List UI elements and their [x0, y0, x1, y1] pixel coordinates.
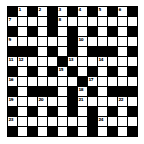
letter-cell[interactable]: [118, 127, 127, 136]
letter-cell[interactable]: [28, 77, 37, 86]
clue-number: 9: [9, 37, 11, 42]
block-cell: [28, 67, 37, 76]
letter-cell[interactable]: [58, 97, 67, 106]
letter-cell[interactable]: [38, 117, 47, 126]
letter-cell[interactable]: [78, 117, 87, 126]
clue-number: 2: [39, 7, 41, 12]
letter-cell[interactable]: 16: [8, 77, 17, 86]
letter-cell[interactable]: [58, 127, 67, 136]
letter-cell[interactable]: [38, 17, 47, 26]
letter-cell[interactable]: [28, 117, 37, 126]
block-cell: [78, 77, 87, 86]
block-cell: [128, 47, 137, 56]
letter-cell[interactable]: [78, 17, 87, 26]
clue-number: 4: [79, 7, 81, 12]
letter-cell[interactable]: [108, 17, 117, 26]
block-cell: [88, 27, 97, 36]
block-cell: [8, 47, 17, 56]
clue-number: 24: [99, 117, 104, 122]
letter-cell[interactable]: [28, 57, 37, 66]
letter-cell[interactable]: 13: [68, 57, 77, 66]
block-cell: [68, 127, 77, 136]
letter-cell[interactable]: [18, 117, 27, 126]
block-cell: [8, 107, 17, 116]
letter-cell[interactable]: [118, 37, 127, 46]
letter-cell[interactable]: [128, 57, 137, 66]
block-cell: [8, 127, 17, 136]
clue-number: 16: [9, 77, 14, 82]
clue-number: 23: [9, 117, 14, 122]
block-cell: [128, 87, 137, 96]
letter-cell[interactable]: [78, 27, 87, 36]
block-cell: [108, 7, 117, 16]
block-cell: [88, 117, 97, 126]
letter-cell[interactable]: 2: [38, 7, 47, 16]
block-cell: [88, 127, 97, 136]
letter-cell[interactable]: 19: [8, 97, 17, 106]
letter-cell[interactable]: [128, 97, 137, 106]
letter-cell[interactable]: [48, 97, 57, 106]
block-cell: [28, 47, 37, 56]
clue-number: 15: [59, 67, 64, 72]
letter-cell[interactable]: [38, 27, 47, 36]
letter-cell[interactable]: [68, 77, 77, 86]
letter-cell[interactable]: [38, 37, 47, 46]
crossword-grid: 123456789101112131415161718192021222324: [7, 6, 138, 137]
block-cell: [68, 47, 77, 56]
block-cell: [68, 27, 77, 36]
block-cell: [28, 127, 37, 136]
letter-cell[interactable]: [78, 47, 87, 56]
letter-cell[interactable]: [88, 37, 97, 46]
clue-number: 1: [19, 7, 21, 12]
letter-cell[interactable]: [118, 77, 127, 86]
block-cell: [118, 87, 127, 96]
letter-cell[interactable]: 11: [8, 57, 17, 66]
letter-cell[interactable]: [48, 117, 57, 126]
block-cell: [58, 57, 67, 66]
letter-cell[interactable]: 15: [58, 67, 67, 76]
letter-cell[interactable]: [58, 87, 67, 96]
block-cell: [8, 7, 17, 16]
letter-cell[interactable]: [118, 57, 127, 66]
block-cell: [28, 107, 37, 116]
letter-cell[interactable]: [78, 127, 87, 136]
clue-number: 10: [79, 37, 84, 42]
letter-cell[interactable]: 24: [98, 117, 107, 126]
letter-cell[interactable]: [58, 27, 67, 36]
clue-number: 17: [89, 77, 94, 82]
letter-cell[interactable]: [48, 77, 57, 86]
block-cell: [88, 107, 97, 116]
letter-cell[interactable]: [58, 47, 67, 56]
letter-cell[interactable]: [98, 97, 107, 106]
letter-cell[interactable]: [28, 97, 37, 106]
block-cell: [128, 127, 137, 136]
letter-cell[interactable]: [38, 67, 47, 76]
block-cell: [48, 127, 57, 136]
letter-cell[interactable]: [108, 77, 117, 86]
letter-cell[interactable]: [128, 117, 137, 126]
letter-cell[interactable]: 5: [98, 7, 107, 16]
letter-cell[interactable]: [18, 107, 27, 116]
letter-cell[interactable]: 8: [58, 17, 67, 26]
block-cell: [88, 87, 97, 96]
letter-cell[interactable]: [58, 117, 67, 126]
block-cell: [128, 67, 137, 76]
clue-number: 3: [59, 7, 61, 12]
letter-cell[interactable]: [78, 107, 87, 116]
block-cell: [48, 67, 57, 76]
block-cell: [48, 7, 57, 16]
letter-cell[interactable]: [38, 107, 47, 116]
letter-cell[interactable]: [118, 117, 127, 126]
letter-cell[interactable]: [98, 27, 107, 36]
letter-cell[interactable]: [118, 27, 127, 36]
crossword-board-area: 123456789101112131415161718192021222324: [7, 6, 138, 137]
block-cell: [68, 107, 77, 116]
clue-number: 8: [59, 17, 61, 22]
letter-cell[interactable]: [18, 37, 27, 46]
clue-number: 18: [79, 87, 84, 92]
block-cell: [28, 87, 37, 96]
letter-cell[interactable]: [18, 97, 27, 106]
letter-cell[interactable]: 14: [98, 57, 107, 66]
letter-cell[interactable]: [28, 17, 37, 26]
letter-cell[interactable]: 10: [78, 37, 87, 46]
letter-cell[interactable]: [88, 57, 97, 66]
block-cell: [88, 67, 97, 76]
clue-number: 22: [119, 97, 124, 102]
clue-number: 7: [9, 17, 11, 22]
letter-cell[interactable]: [58, 77, 67, 86]
letter-cell[interactable]: [98, 17, 107, 26]
letter-cell[interactable]: [68, 117, 77, 126]
letter-cell[interactable]: [98, 87, 107, 96]
letter-cell[interactable]: 20: [38, 97, 47, 106]
letter-cell[interactable]: [88, 17, 97, 26]
letter-cell[interactable]: [118, 107, 127, 116]
letter-cell[interactable]: 1: [18, 7, 27, 16]
letter-cell[interactable]: [118, 67, 127, 76]
clue-number: 11: [9, 57, 14, 62]
block-cell: [68, 7, 77, 16]
letter-cell[interactable]: [118, 17, 127, 26]
block-cell: [68, 87, 77, 96]
letter-cell[interactable]: [78, 57, 87, 66]
letter-cell[interactable]: [98, 67, 107, 76]
block-cell: [38, 87, 47, 96]
clue-number: 19: [9, 97, 14, 102]
letter-cell[interactable]: [58, 37, 67, 46]
letter-cell[interactable]: [88, 97, 97, 106]
letter-cell[interactable]: 23: [8, 117, 17, 126]
block-cell: [48, 87, 57, 96]
letter-cell[interactable]: [128, 37, 137, 46]
letter-cell[interactable]: [28, 37, 37, 46]
clue-number: 6: [119, 7, 121, 12]
clue-number: 21: [79, 97, 84, 102]
block-cell: [8, 67, 17, 76]
letter-cell[interactable]: 18: [78, 87, 87, 96]
block-cell: [48, 47, 57, 56]
crossword-page: 123456789101112131415161718192021222324: [0, 0, 144, 144]
letter-cell[interactable]: [48, 37, 57, 46]
block-cell: [28, 7, 37, 16]
block-cell: [108, 87, 117, 96]
letter-cell[interactable]: 9: [8, 37, 17, 46]
letter-cell[interactable]: 3: [58, 7, 67, 16]
clue-number: 12: [19, 57, 24, 62]
block-cell: [68, 97, 77, 106]
letter-cell[interactable]: [48, 57, 57, 66]
letter-cell[interactable]: 6: [118, 7, 127, 16]
block-cell: [88, 7, 97, 16]
clue-number: 13: [69, 57, 74, 62]
block-cell: [18, 47, 27, 56]
clue-number: 5: [99, 7, 101, 12]
clue-number: 20: [39, 97, 44, 102]
letter-cell[interactable]: 4: [78, 7, 87, 16]
block-cell: [108, 67, 117, 76]
letter-cell[interactable]: [98, 77, 107, 86]
letter-cell[interactable]: [38, 47, 47, 56]
letter-cell[interactable]: [18, 27, 27, 36]
letter-cell[interactable]: [98, 37, 107, 46]
block-cell: [68, 37, 77, 46]
block-cell: [68, 67, 77, 76]
letter-cell[interactable]: 21: [78, 97, 87, 106]
letter-cell[interactable]: [108, 37, 117, 46]
letter-cell[interactable]: [38, 57, 47, 66]
letter-cell[interactable]: [118, 47, 127, 56]
letter-cell[interactable]: [18, 77, 27, 86]
block-cell: [98, 47, 107, 56]
letter-cell[interactable]: [108, 117, 117, 126]
letter-cell[interactable]: [78, 67, 87, 76]
letter-cell[interactable]: [18, 127, 27, 136]
letter-cell[interactable]: [38, 127, 47, 136]
letter-cell[interactable]: [68, 17, 77, 26]
letter-cell[interactable]: [108, 97, 117, 106]
block-cell: [8, 87, 17, 96]
block-cell: [108, 107, 117, 116]
block-cell: [48, 17, 57, 26]
letter-cell[interactable]: [128, 17, 137, 26]
letter-cell[interactable]: [18, 67, 27, 76]
letter-cell[interactable]: [98, 127, 107, 136]
block-cell: [28, 27, 37, 36]
letter-cell[interactable]: [128, 77, 137, 86]
block-cell: [48, 107, 57, 116]
letter-cell[interactable]: [18, 87, 27, 96]
block-cell: [108, 47, 117, 56]
letter-cell[interactable]: 7: [8, 17, 17, 26]
letter-cell[interactable]: [18, 17, 27, 26]
letter-cell[interactable]: 17: [88, 77, 97, 86]
letter-cell[interactable]: [98, 107, 107, 116]
letter-cell[interactable]: [38, 77, 47, 86]
block-cell: [48, 27, 57, 36]
block-cell: [108, 127, 117, 136]
clue-number: 14: [99, 57, 104, 62]
letter-cell[interactable]: [58, 107, 67, 116]
block-cell: [128, 27, 137, 36]
letter-cell[interactable]: [108, 57, 117, 66]
block-cell: [108, 27, 117, 36]
letter-cell[interactable]: 22: [118, 97, 127, 106]
block-cell: [88, 47, 97, 56]
block-cell: [128, 7, 137, 16]
block-cell: [128, 107, 137, 116]
block-cell: [8, 27, 17, 36]
letter-cell[interactable]: 12: [18, 57, 27, 66]
